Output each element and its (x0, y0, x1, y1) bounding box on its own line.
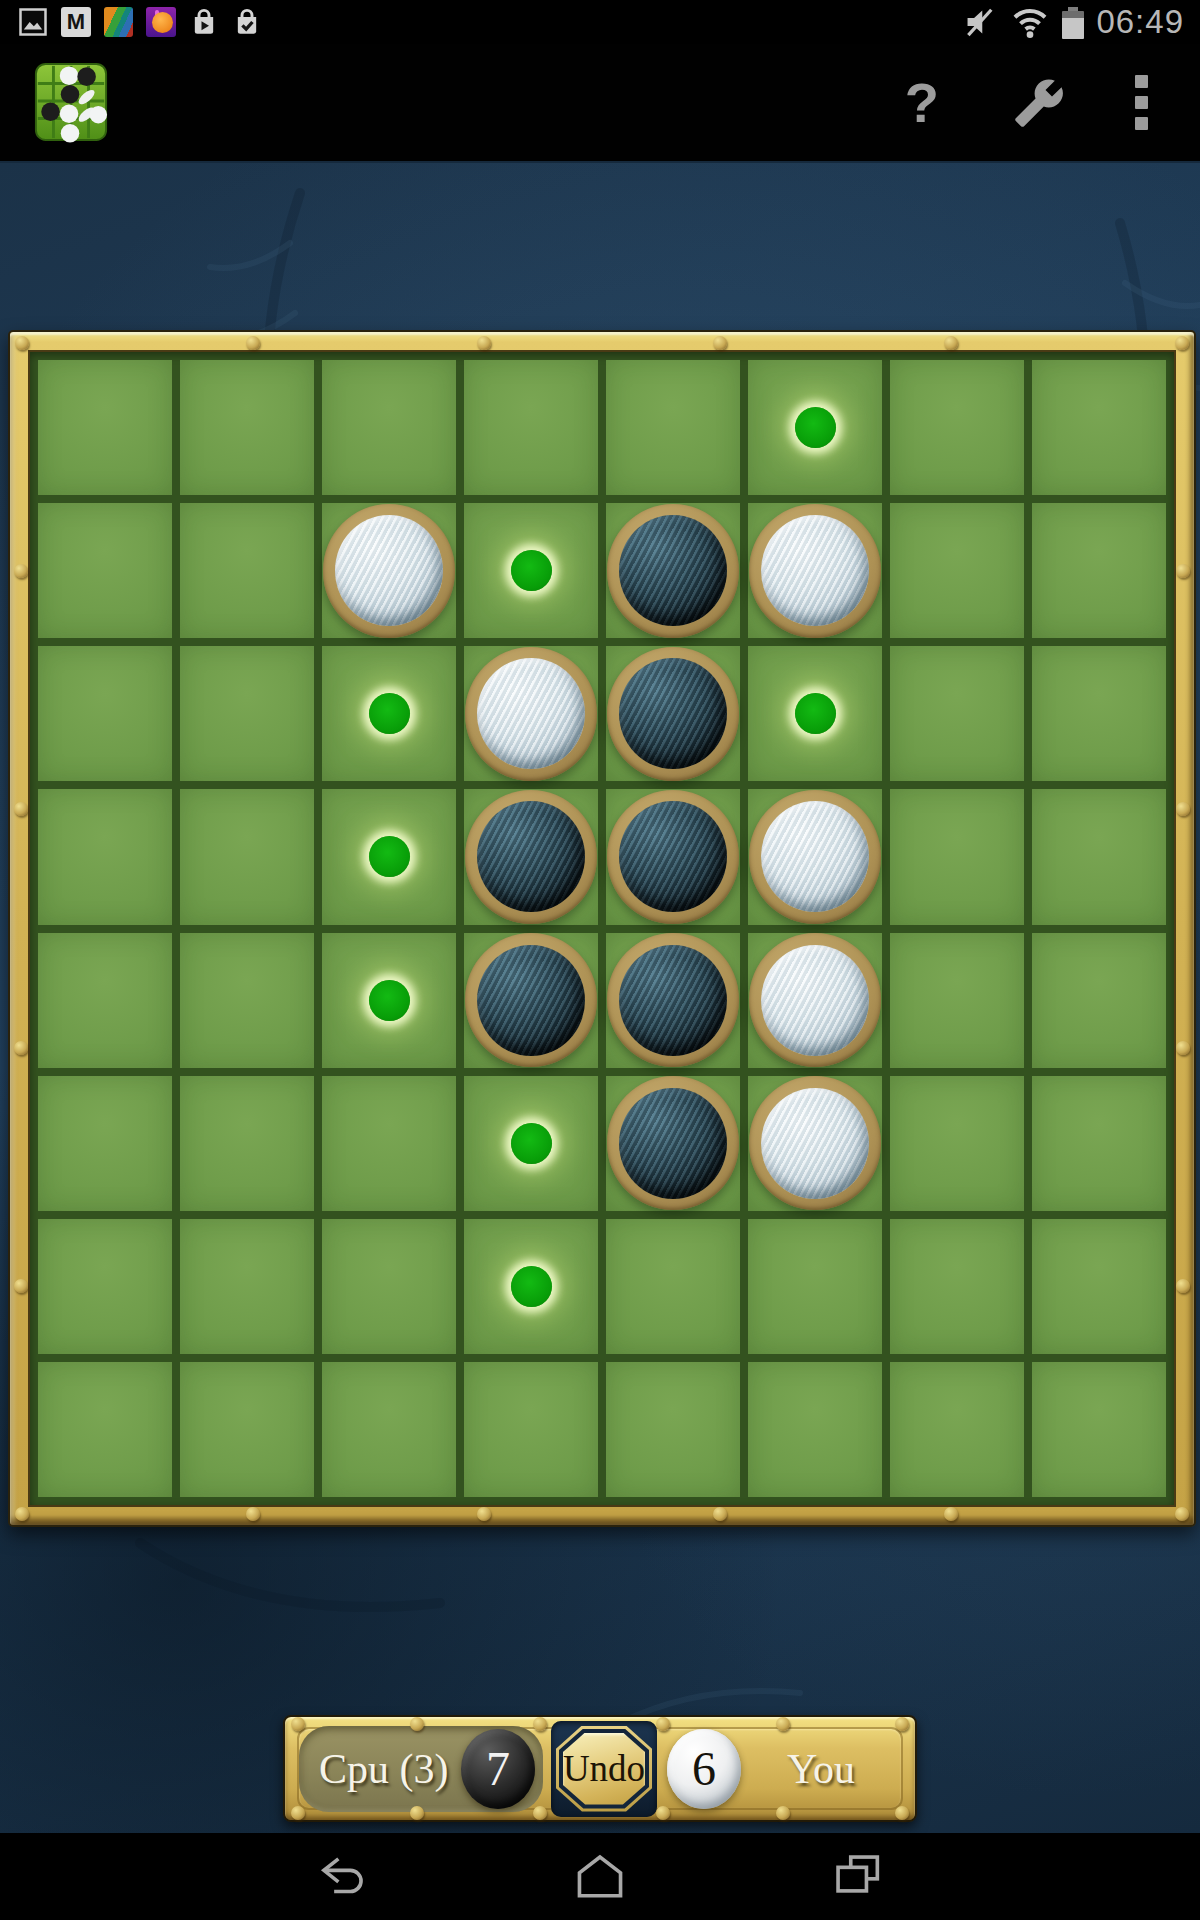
board-cell-c5[interactable] (322, 933, 456, 1068)
board-cell-g8[interactable] (890, 1362, 1024, 1497)
white-disc (335, 515, 442, 626)
board-cell-a1[interactable] (38, 360, 172, 495)
reversi-board (8, 330, 1196, 1527)
screenshot-icon (18, 7, 48, 37)
white-disc (761, 801, 868, 912)
disc-ring (607, 504, 740, 638)
recent-apps-button[interactable] (829, 1848, 887, 1906)
black-disc (477, 945, 584, 1056)
legal-move-dot[interactable] (511, 1123, 552, 1164)
rivet (410, 1717, 424, 1731)
board-cell-c1[interactable] (322, 360, 456, 495)
black-disc (619, 1088, 726, 1199)
board-cell-e6[interactable] (606, 1076, 740, 1211)
white-disc (477, 658, 584, 769)
board-cell-f7[interactable] (748, 1219, 882, 1354)
board-cell-c3[interactable] (322, 646, 456, 781)
play-store-icon (189, 7, 219, 37)
disc-ring (465, 647, 598, 781)
disc-ring (465, 790, 598, 924)
disc-ring (607, 647, 740, 781)
board-cell-g7[interactable] (890, 1219, 1024, 1354)
rivet (1175, 336, 1189, 350)
disc-ring (749, 1076, 882, 1210)
legal-move-dot[interactable] (795, 693, 836, 734)
you-score-disc: 6 (667, 1729, 741, 1809)
rivet (410, 1806, 424, 1820)
navigation-bar (0, 1833, 1200, 1920)
rivet (1176, 1041, 1190, 1055)
disc-ring (607, 933, 740, 1067)
tools-button[interactable] (1013, 77, 1065, 129)
board-cell-c2[interactable] (322, 503, 456, 638)
rivet (1175, 1507, 1189, 1521)
rivet (533, 1717, 547, 1731)
board-cell-a7[interactable] (38, 1219, 172, 1354)
legal-move-dot[interactable] (795, 407, 836, 448)
rivet (14, 802, 28, 816)
rivet (477, 336, 491, 350)
rivet (713, 1507, 727, 1521)
disc-ring (465, 933, 598, 1067)
rivet (776, 1717, 790, 1731)
board-cell-g2[interactable] (890, 503, 1024, 638)
rivet (15, 336, 29, 350)
rivet (895, 1717, 909, 1731)
board-cell-h5[interactable] (1032, 933, 1166, 1068)
board-cell-h4[interactable] (1032, 789, 1166, 924)
action-bar: ? (0, 44, 1200, 163)
rivet (1176, 802, 1190, 816)
gmail-icon: M (61, 7, 91, 37)
legal-move-dot[interactable] (511, 550, 552, 591)
disc-ring (607, 1076, 740, 1210)
cpu-score-section: Cpu (3) 7 (299, 1726, 543, 1812)
antivirus-icon (104, 7, 133, 37)
board-cell-g4[interactable] (890, 789, 1024, 924)
board-cell-d4[interactable] (464, 789, 598, 924)
board-cell-b5[interactable] (180, 933, 314, 1068)
screen: M 06:49 (0, 0, 1200, 1920)
board-cell-h3[interactable] (1032, 646, 1166, 781)
app-icon-reversi (32, 58, 110, 148)
you-score: 6 (692, 1741, 716, 1796)
board-cell-f3[interactable] (748, 646, 882, 781)
help-button[interactable]: ? (891, 75, 953, 131)
board-cell-a4[interactable] (38, 789, 172, 924)
wifi-icon (1010, 4, 1050, 40)
rivet (533, 1806, 547, 1820)
board-cell-f4[interactable] (748, 789, 882, 924)
disc-ring (749, 790, 882, 924)
rivet (14, 564, 28, 578)
board-cell-d1[interactable] (464, 360, 598, 495)
legal-move-dot[interactable] (369, 980, 410, 1021)
board-cell-f8[interactable] (748, 1362, 882, 1497)
board-cell-d8[interactable] (464, 1362, 598, 1497)
board-cell-b3[interactable] (180, 646, 314, 781)
board-cell-d2[interactable] (464, 503, 598, 638)
white-disc (761, 1088, 868, 1199)
talking-tom-icon (146, 7, 176, 37)
board-cell-h8[interactable] (1032, 1362, 1166, 1497)
board-cell-g6[interactable] (890, 1076, 1024, 1211)
rivet (1176, 1279, 1190, 1293)
back-button[interactable] (313, 1848, 371, 1906)
status-bar: M 06:49 (0, 0, 1200, 44)
board-cell-f1[interactable] (748, 360, 882, 495)
black-disc (477, 801, 584, 912)
board-cell-b8[interactable] (180, 1362, 314, 1497)
black-disc (619, 945, 726, 1056)
board-cell-f5[interactable] (748, 933, 882, 1068)
white-disc (761, 515, 868, 626)
rivet (713, 336, 727, 350)
rivet (656, 1717, 670, 1731)
rivet (944, 1507, 958, 1521)
board-cell-g3[interactable] (890, 646, 1024, 781)
rivet (477, 1507, 491, 1521)
rivet (15, 1507, 29, 1521)
notification-icons: M (10, 7, 262, 37)
board-cell-d6[interactable] (464, 1076, 598, 1211)
rivet (246, 1507, 260, 1521)
rivet (1176, 564, 1190, 578)
board-cell-b4[interactable] (180, 789, 314, 924)
board-cell-a5[interactable] (38, 933, 172, 1068)
rivet (291, 1806, 305, 1820)
board-cell-d5[interactable] (464, 933, 598, 1068)
board-cell-h6[interactable] (1032, 1076, 1166, 1211)
board-cell-a8[interactable] (38, 1362, 172, 1497)
disc-ring (749, 933, 882, 1067)
rivet (14, 1041, 28, 1055)
board-cell-e5[interactable] (606, 933, 740, 1068)
board-cell-d7[interactable] (464, 1219, 598, 1354)
board-cell-e8[interactable] (606, 1362, 740, 1497)
board-cell-b7[interactable] (180, 1219, 314, 1354)
rivet (895, 1806, 909, 1820)
play-store-check-icon (232, 7, 262, 37)
board-cell-f6[interactable] (748, 1076, 882, 1211)
white-disc (761, 945, 868, 1056)
board-cell-c8[interactable] (322, 1362, 456, 1497)
cpu-label: Cpu (3) (319, 1745, 449, 1793)
board-cell-c6[interactable] (322, 1076, 456, 1211)
undo-button[interactable]: Undo (551, 1721, 657, 1817)
battery-icon (1062, 7, 1084, 39)
background: Cpu (3) 7 Undo 6 (0, 163, 1200, 1833)
board-cell-h1[interactable] (1032, 360, 1166, 495)
disc-ring (749, 504, 882, 638)
board-cell-h2[interactable] (1032, 503, 1166, 638)
board-cell-g1[interactable] (890, 360, 1024, 495)
board-cell-f2[interactable] (748, 503, 882, 638)
score-panel: Cpu (3) 7 Undo 6 (283, 1715, 917, 1822)
black-disc (619, 801, 726, 912)
board-cell-g5[interactable] (890, 933, 1024, 1068)
board-cell-b6[interactable] (180, 1076, 314, 1211)
board-cell-e1[interactable] (606, 360, 740, 495)
legal-move-dot[interactable] (369, 836, 410, 877)
board-cell-a3[interactable] (38, 646, 172, 781)
legal-move-dot[interactable] (511, 1266, 552, 1307)
board-cell-a2[interactable] (38, 503, 172, 638)
board-cell-e3[interactable] (606, 646, 740, 781)
board-cell-b2[interactable] (180, 503, 314, 638)
undo-label: Undo (563, 1747, 645, 1790)
black-disc (619, 515, 726, 626)
clock: 06:49 (1096, 3, 1184, 41)
undo-button-outline: Undo (556, 1726, 652, 1812)
board-cell-b1[interactable] (180, 360, 314, 495)
cpu-score: 7 (486, 1741, 510, 1796)
board-grid (30, 352, 1174, 1505)
volume-muted-icon (960, 3, 998, 41)
you-label: You (741, 1745, 901, 1793)
board-cell-c4[interactable] (322, 789, 456, 924)
board-cell-a6[interactable] (38, 1076, 172, 1211)
overflow-menu-button[interactable] (1125, 71, 1158, 134)
cpu-score-disc: 7 (461, 1729, 535, 1809)
board-cell-h7[interactable] (1032, 1219, 1166, 1354)
legal-move-dot[interactable] (369, 693, 410, 734)
rivet (14, 1279, 28, 1293)
board-cell-c7[interactable] (322, 1219, 456, 1354)
board-cell-d3[interactable] (464, 646, 598, 781)
board-cell-e7[interactable] (606, 1219, 740, 1354)
rivet (291, 1717, 305, 1731)
rivet (246, 336, 260, 350)
rivet (656, 1806, 670, 1820)
black-disc (619, 658, 726, 769)
disc-ring (323, 504, 456, 638)
board-cell-e2[interactable] (606, 503, 740, 638)
home-button[interactable] (571, 1848, 629, 1906)
rivet (776, 1806, 790, 1820)
disc-ring (607, 790, 740, 924)
gmail-glyph: M (67, 9, 85, 35)
rivet (944, 336, 958, 350)
system-status-icons: 06:49 (960, 3, 1190, 41)
board-cell-e4[interactable] (606, 789, 740, 924)
